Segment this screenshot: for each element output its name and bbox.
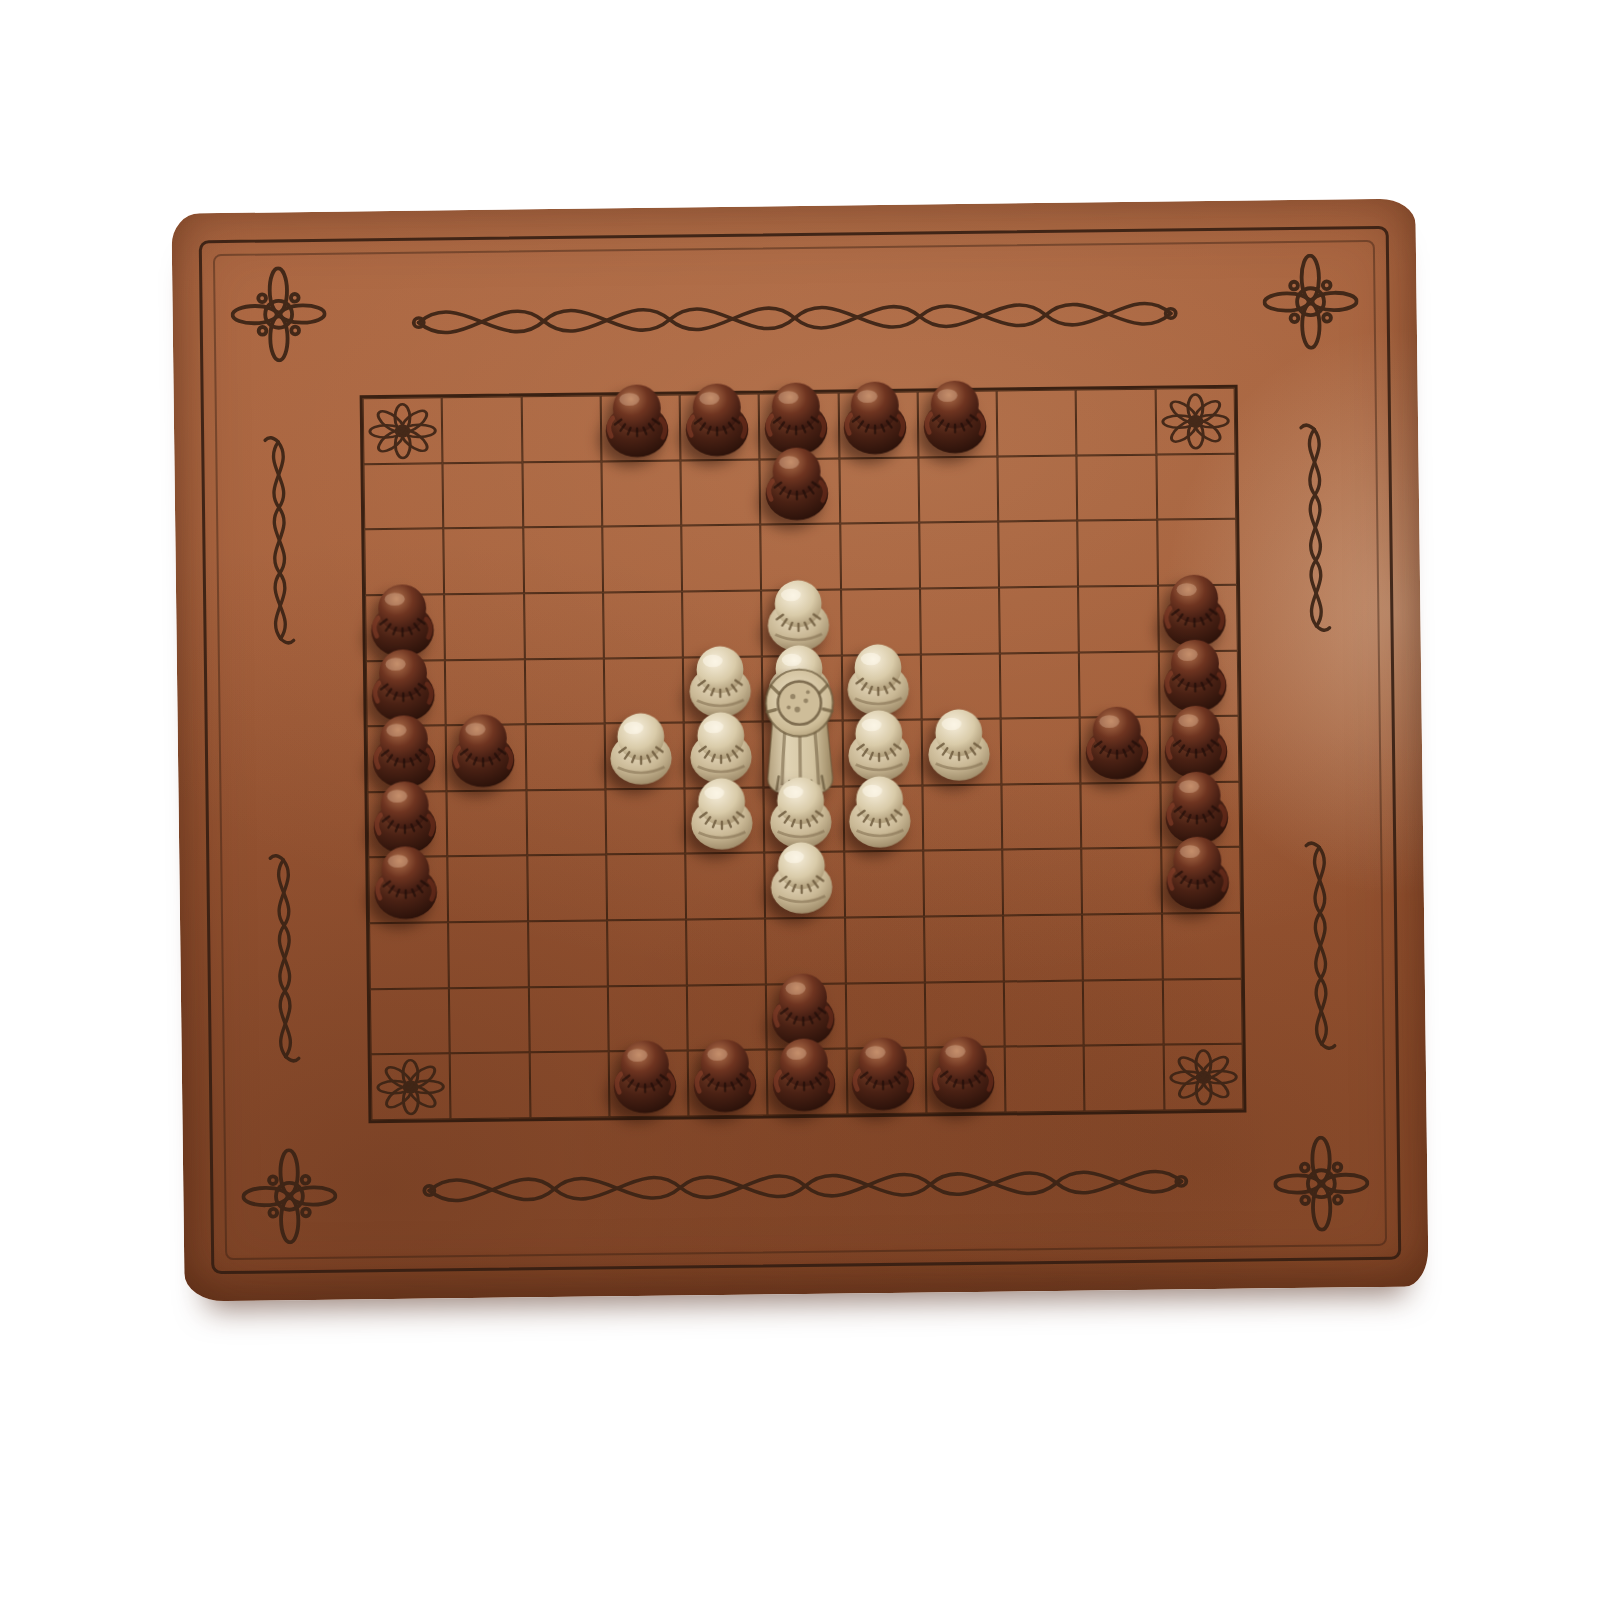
square-i9[interactable] [998,521,1078,588]
square-i3[interactable] [1003,915,1083,982]
attacker-figure [908,367,1001,460]
square-j4[interactable] [1082,848,1162,915]
square-a3[interactable] [369,922,449,989]
defender-piece-h6[interactable] [913,696,1004,787]
square-b4[interactable] [448,856,528,923]
defender-figure [834,763,925,854]
square-b9[interactable] [444,528,524,595]
square-c4[interactable] [527,855,607,922]
square-h10[interactable] [918,456,998,523]
corner-knot-ornament-top-right [1262,253,1359,350]
vine-ornament-right-lower [1291,839,1350,1052]
square-c3[interactable] [528,920,608,987]
square-c11[interactable] [521,395,601,462]
attacker-piece-b6[interactable] [436,701,529,794]
square-b1[interactable] [450,1053,530,1120]
square-k10[interactable] [1156,453,1236,520]
square-i10[interactable] [998,455,1078,522]
square-i8[interactable] [999,586,1079,653]
square-c2[interactable] [528,986,608,1053]
square-g3[interactable] [845,917,925,984]
square-g10[interactable] [839,457,919,524]
attacker-piece-h1[interactable] [916,1023,1009,1116]
defender-piece-e5[interactable] [676,765,767,856]
square-h8[interactable] [920,587,1000,654]
square-c10[interactable] [522,461,602,528]
square-j11[interactable] [1076,389,1156,456]
attacker-piece-a4[interactable] [359,833,452,926]
square-b2[interactable] [449,987,529,1054]
square-e10[interactable] [681,459,761,526]
defender-figure [913,696,1004,787]
corner-knot-ornament-bottom-right [1273,1135,1370,1232]
square-a2[interactable] [370,988,450,1055]
square-b3[interactable] [448,921,528,988]
vine-ornament-right-upper [1286,421,1345,634]
attacker-figure [359,833,452,926]
square-b11[interactable] [442,396,522,463]
square-j8[interactable] [1078,586,1158,653]
square-d4[interactable] [606,854,686,921]
square-c8[interactable] [524,592,604,659]
square-j5[interactable] [1081,782,1161,849]
square-i11[interactable] [997,390,1077,457]
defender-figure [676,765,767,856]
corner-rosette-ornament [1167,1048,1239,1107]
defender-piece-g5[interactable] [834,763,925,854]
defender-piece-f4[interactable] [756,830,847,921]
vine-ornament-left-upper [250,434,309,647]
square-e3[interactable] [686,919,766,986]
square-a1[interactable] [371,1054,451,1121]
square-c7[interactable] [524,658,604,725]
attacker-piece-h11[interactable] [908,367,1001,460]
corner-rosette-ornament [367,401,439,460]
square-i6[interactable] [1001,718,1081,785]
square-g4[interactable] [844,851,924,918]
attacker-figure [750,435,843,528]
scrollwork-band-top [404,285,1185,351]
corner-rosette-ornament [1159,391,1231,450]
attacker-figure [1151,823,1244,916]
defender-figure [596,700,687,791]
square-j9[interactable] [1078,520,1158,587]
square-a10[interactable] [363,463,443,530]
corner-knot-ornament-top-left [230,266,327,363]
square-h3[interactable] [924,916,1004,983]
attacker-piece-k4[interactable] [1151,823,1244,916]
defender-piece-d6[interactable] [596,700,687,791]
square-a11[interactable] [363,397,443,464]
attacker-figure [436,701,529,794]
square-e4[interactable] [685,853,765,920]
vine-ornament-left-lower [255,852,314,1065]
square-j1[interactable] [1084,1045,1164,1112]
square-c5[interactable] [526,789,606,856]
attacker-piece-f10[interactable] [750,435,843,528]
square-c1[interactable] [529,1052,609,1119]
square-k1[interactable] [1163,1044,1243,1111]
leather-game-mat [171,198,1428,1301]
square-k2[interactable] [1163,978,1243,1045]
corner-rosette-ornament [375,1057,447,1116]
square-h9[interactable] [919,522,999,589]
square-i4[interactable] [1002,849,1082,916]
square-d3[interactable] [607,919,687,986]
square-j10[interactable] [1077,454,1157,521]
square-d8[interactable] [603,591,683,658]
square-b10[interactable] [443,462,523,529]
product-photo-background [0,0,1600,1600]
square-d9[interactable] [602,526,682,593]
scrollwork-band-bottom [415,1153,1196,1219]
square-j2[interactable] [1083,979,1163,1046]
square-k3[interactable] [1162,913,1242,980]
square-h4[interactable] [923,850,1003,917]
square-g9[interactable] [840,523,920,590]
square-b5[interactable] [447,790,527,857]
square-k11[interactable] [1155,388,1235,455]
square-c9[interactable] [523,527,603,594]
square-c6[interactable] [525,724,605,791]
square-j3[interactable] [1082,914,1162,981]
attacker-figure [916,1023,1009,1116]
square-i7[interactable] [1000,652,1080,719]
square-d5[interactable] [605,788,685,855]
defender-figure [756,830,847,921]
square-i5[interactable] [1002,783,1082,850]
square-e9[interactable] [681,525,761,592]
square-h5[interactable] [922,784,1002,851]
square-b8[interactable] [444,593,524,660]
square-i1[interactable] [1005,1046,1085,1113]
corner-knot-ornament-bottom-left [241,1148,338,1245]
square-i2[interactable] [1004,980,1084,1047]
square-d10[interactable] [601,460,681,527]
